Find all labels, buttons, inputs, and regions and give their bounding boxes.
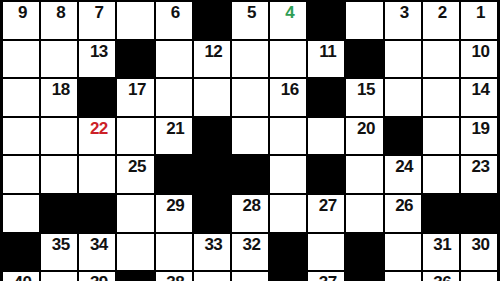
black-cell-r6c12 (423, 195, 459, 232)
cell-r5c1[interactable] (3, 156, 39, 193)
cell-r5c3[interactable] (79, 156, 115, 193)
cell-r6c1[interactable] (3, 195, 39, 232)
cell-r4c9[interactable] (308, 118, 344, 155)
clue-number: 25 (119, 158, 155, 176)
cell-r3c6[interactable] (194, 79, 230, 116)
black-cell-r8c10 (346, 272, 382, 281)
black-cell-r5c5 (156, 156, 192, 193)
cell-r2c9[interactable]: 11 (308, 41, 344, 78)
cell-r4c10[interactable]: 20 (346, 118, 382, 155)
cell-r1c10[interactable] (346, 2, 382, 39)
clue-number: 1 (462, 4, 498, 22)
clue-number: 16 (272, 81, 308, 99)
clue-number: 7 (81, 4, 117, 22)
black-cell-r2c10 (346, 41, 382, 78)
cell-r5c4[interactable]: 25 (117, 156, 153, 193)
cell-r6c10[interactable] (346, 195, 382, 232)
cell-r7c12[interactable]: 31 (423, 234, 459, 271)
cell-r2c5[interactable] (156, 41, 192, 78)
clue-number: 39 (81, 274, 117, 281)
black-cell-r6c2 (41, 195, 77, 232)
cell-r8c12[interactable]: 36 (423, 272, 459, 281)
cell-r7c5[interactable] (156, 234, 192, 271)
cell-r7c7[interactable]: 32 (232, 234, 268, 271)
cell-r2c8[interactable] (270, 41, 306, 78)
cell-r7c2[interactable]: 35 (41, 234, 77, 271)
cell-r4c4[interactable] (117, 118, 153, 155)
clue-number: 28 (233, 197, 269, 215)
cell-r5c11[interactable]: 24 (385, 156, 421, 193)
cell-r3c13[interactable]: 14 (461, 79, 497, 116)
cell-r3c12[interactable] (423, 79, 459, 116)
clue-number: 14 (462, 81, 498, 99)
clue-number: 10 (462, 43, 498, 61)
clue-number: 37 (310, 274, 346, 281)
clue-number: 36 (424, 274, 460, 281)
cell-r4c2[interactable] (41, 118, 77, 155)
cell-r1c1[interactable]: 9 (3, 2, 39, 39)
cell-r5c12[interactable] (423, 156, 459, 193)
cell-r3c4[interactable]: 17 (117, 79, 153, 116)
black-cell-r4c6 (194, 118, 230, 155)
cell-r7c3[interactable]: 34 (79, 234, 115, 271)
black-cell-r1c9 (308, 2, 344, 39)
cell-r6c7[interactable]: 28 (232, 195, 268, 232)
clue-number: 30 (462, 236, 498, 254)
clue-number: 2 (424, 4, 460, 22)
cell-r8c9[interactable]: 37 (308, 272, 344, 281)
cell-r2c12[interactable] (423, 41, 459, 78)
clue-number: 38 (157, 274, 193, 281)
cell-r3c1[interactable] (3, 79, 39, 116)
black-cell-r1c6 (194, 2, 230, 39)
clue-number: 19 (462, 120, 498, 138)
clue-number: 32 (233, 236, 269, 254)
cell-r4c12[interactable] (423, 118, 459, 155)
black-cell-r3c3 (79, 79, 115, 116)
cell-r4c13[interactable]: 19 (461, 118, 497, 155)
cell-r7c6[interactable]: 33 (194, 234, 230, 271)
black-cell-r7c10 (346, 234, 382, 271)
cell-r8c7[interactable] (232, 272, 268, 281)
black-cell-r6c3 (79, 195, 115, 232)
clue-number: 23 (462, 158, 498, 176)
cell-r1c8[interactable]: 4 (270, 2, 306, 39)
clue-number: 5 (233, 4, 269, 22)
clue-number: 15 (348, 81, 384, 99)
clue-number: 21 (157, 120, 193, 138)
black-cell-r7c8 (270, 234, 306, 271)
black-cell-r6c6 (194, 195, 230, 232)
cell-r6c8[interactable] (270, 195, 306, 232)
black-cell-r8c8 (270, 272, 306, 281)
cell-r8c13[interactable] (461, 272, 497, 281)
black-cell-r7c1 (3, 234, 39, 271)
cell-r1c11[interactable]: 3 (385, 2, 421, 39)
cell-r3c5[interactable] (156, 79, 192, 116)
cell-r3c10[interactable]: 15 (346, 79, 382, 116)
cell-r1c5[interactable]: 6 (156, 2, 192, 39)
cell-r6c5[interactable]: 29 (156, 195, 192, 232)
clue-number: 18 (43, 81, 79, 99)
clue-number: 8 (43, 4, 79, 22)
cell-r4c5[interactable]: 21 (156, 118, 192, 155)
clue-number: 35 (43, 236, 79, 254)
clue-number: 24 (386, 158, 422, 176)
clue-number: 9 (5, 4, 41, 22)
cell-r3c2[interactable]: 18 (41, 79, 77, 116)
black-cell-r6c13 (461, 195, 497, 232)
cell-r3c7[interactable] (232, 79, 268, 116)
cell-r6c11[interactable]: 26 (385, 195, 421, 232)
clue-number: 40 (5, 274, 41, 281)
cell-r6c9[interactable]: 27 (308, 195, 344, 232)
clue-number: 17 (119, 81, 155, 99)
cell-r7c13[interactable]: 30 (461, 234, 497, 271)
black-cell-r5c7 (232, 156, 268, 193)
cell-r1c13[interactable]: 1 (461, 2, 497, 39)
clue-number: 26 (386, 197, 422, 215)
cell-r2c1[interactable] (3, 41, 39, 78)
clue-number: 34 (81, 236, 117, 254)
cell-r1c4[interactable] (117, 2, 153, 39)
clue-number: 22 (81, 120, 117, 138)
cell-r2c11[interactable] (385, 41, 421, 78)
cell-r8c5[interactable]: 38 (156, 272, 192, 281)
cell-r7c4[interactable] (117, 234, 153, 271)
cell-r8c1[interactable]: 40 (3, 272, 39, 281)
clue-number: 6 (157, 4, 193, 22)
crossword-grid: 9876543211312111018171615142221201925242… (0, 0, 500, 281)
clue-number: 27 (310, 197, 346, 215)
cell-r4c8[interactable] (270, 118, 306, 155)
clue-number: 20 (348, 120, 384, 138)
cell-r4c1[interactable] (3, 118, 39, 155)
clue-number: 33 (195, 236, 231, 254)
cell-r1c2[interactable]: 8 (41, 2, 77, 39)
black-cell-r4c11 (385, 118, 421, 155)
clue-number: 31 (424, 236, 460, 254)
black-cell-r5c6 (194, 156, 230, 193)
clue-number: 3 (386, 4, 422, 22)
black-cell-r2c4 (117, 41, 153, 78)
cell-r5c13[interactable]: 23 (461, 156, 497, 193)
cell-r8c11[interactable] (385, 272, 421, 281)
clue-number: 29 (157, 197, 193, 215)
cell-r1c3[interactable]: 7 (79, 2, 115, 39)
black-cell-r3c9 (308, 79, 344, 116)
cell-r5c2[interactable] (41, 156, 77, 193)
cell-r4c3[interactable]: 22 (79, 118, 115, 155)
cell-r8c6[interactable] (194, 272, 230, 281)
clue-number: 13 (81, 43, 117, 61)
cell-r7c9[interactable] (308, 234, 344, 271)
cell-r3c8[interactable]: 16 (270, 79, 306, 116)
cell-r7c11[interactable] (385, 234, 421, 271)
cell-r6c4[interactable] (117, 195, 153, 232)
clue-number: 12 (195, 43, 231, 61)
black-cell-r5c9 (308, 156, 344, 193)
cell-r8c3[interactable]: 39 (79, 272, 115, 281)
cell-r8c2[interactable] (41, 272, 77, 281)
cell-r1c7[interactable]: 5 (232, 2, 268, 39)
cell-r2c7[interactable] (232, 41, 268, 78)
cell-r2c13[interactable]: 10 (461, 41, 497, 78)
clue-number: 11 (310, 43, 346, 61)
cell-r2c2[interactable] (41, 41, 77, 78)
cell-r5c8[interactable] (270, 156, 306, 193)
cell-r5c10[interactable] (346, 156, 382, 193)
cell-r4c7[interactable] (232, 118, 268, 155)
cell-r3c11[interactable] (385, 79, 421, 116)
black-cell-r8c4 (117, 272, 153, 281)
clue-number: 4 (272, 4, 308, 22)
cell-r1c12[interactable]: 2 (423, 2, 459, 39)
cell-r2c6[interactable]: 12 (194, 41, 230, 78)
cell-r2c3[interactable]: 13 (79, 41, 115, 78)
